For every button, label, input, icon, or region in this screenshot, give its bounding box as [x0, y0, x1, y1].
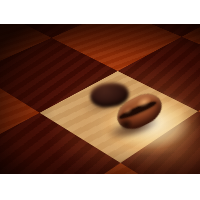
screenshot-frame: [0, 0, 200, 200]
letterbox-bottom: [0, 174, 200, 200]
checkerboard-photo: [0, 24, 200, 174]
letterbox-top: [0, 0, 200, 24]
